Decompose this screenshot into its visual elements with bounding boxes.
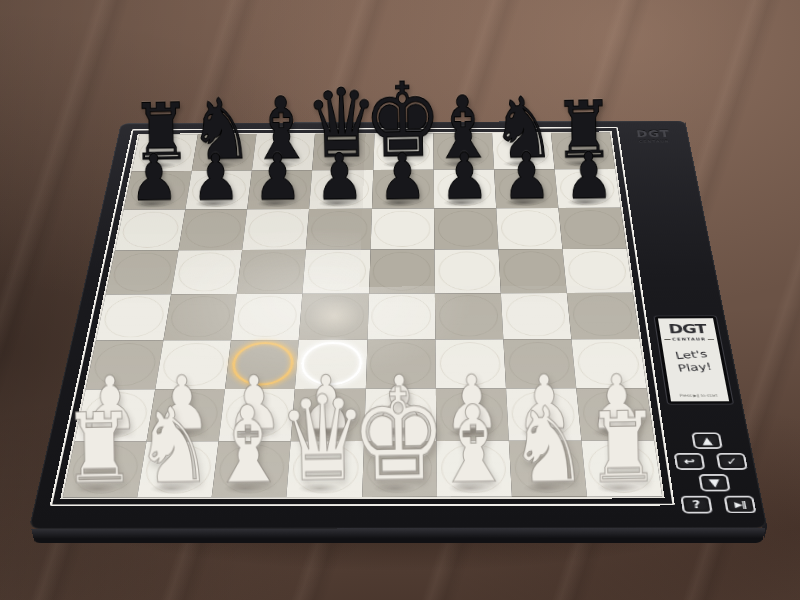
square-e6[interactable] bbox=[370, 209, 434, 250]
square-b1[interactable]: ♞ bbox=[137, 441, 219, 497]
square-c7[interactable]: ♟ bbox=[247, 170, 312, 209]
frame-logo: DGT CENTAUR bbox=[636, 130, 672, 143]
display-model: CENTAUR bbox=[672, 337, 707, 341]
square-g5[interactable] bbox=[498, 249, 566, 293]
square-e4[interactable] bbox=[367, 293, 435, 339]
square-f6[interactable] bbox=[434, 208, 498, 249]
white-bishop-f1[interactable]: ♝ bbox=[432, 393, 515, 496]
square-a6[interactable] bbox=[115, 210, 186, 251]
square-f5[interactable] bbox=[434, 249, 500, 293]
square-e5[interactable] bbox=[369, 250, 435, 294]
scene: ♜♞♝♛♚♝♞♜♟♟♟♟♟♟♟♟♟♟♟♟♟♟♟♟♜♞♝♛♚♝♞♜ DGT CEN… bbox=[0, 0, 800, 600]
square-d6[interactable] bbox=[306, 209, 371, 250]
white-knight-g1[interactable]: ♞ bbox=[508, 395, 589, 496]
square-g6[interactable] bbox=[496, 208, 562, 249]
square-f4[interactable] bbox=[435, 293, 504, 339]
square-g4[interactable] bbox=[501, 293, 572, 339]
frame-logo-model: CENTAUR bbox=[637, 139, 672, 142]
display-message-line2: Play! bbox=[676, 361, 713, 376]
square-a5[interactable] bbox=[106, 251, 179, 295]
keypad: ▲↩✓▼?▶‖ bbox=[670, 432, 756, 513]
display-model-row: CENTAUR bbox=[664, 337, 714, 341]
square-c6[interactable] bbox=[242, 209, 309, 250]
black-pawn-a7[interactable]: ♟ bbox=[129, 148, 179, 209]
playfield-border: ♜♞♝♛♚♝♞♜♟♟♟♟♟♟♟♟♟♟♟♟♟♟♟♟♜♞♝♛♚♝♞♜ bbox=[50, 127, 675, 506]
board-front-edge bbox=[31, 528, 765, 543]
key-up[interactable]: ▲ bbox=[691, 432, 723, 448]
black-pawn-g7[interactable]: ♟ bbox=[502, 146, 552, 208]
square-h7[interactable]: ♟ bbox=[554, 169, 620, 208]
square-b5[interactable] bbox=[171, 250, 242, 294]
square-h1[interactable]: ♜ bbox=[581, 440, 662, 496]
white-rook-a1[interactable]: ♜ bbox=[62, 403, 138, 497]
dgt-centaur-board: ♜♞♝♛♚♝♞♜♟♟♟♟♟♟♟♟♟♟♟♟♟♟♟♟♜♞♝♛♚♝♞♜ DGT CEN… bbox=[29, 121, 768, 529]
display-panel: DGT CENTAUR Let's Play! Press ▶‖ to star… bbox=[655, 316, 733, 404]
board-frame: ♜♞♝♛♚♝♞♜♟♟♟♟♟♟♟♟♟♟♟♟♟♟♟♟♜♞♝♛♚♝♞♜ DGT CEN… bbox=[29, 121, 768, 529]
frame-logo-brand: DGT bbox=[636, 130, 671, 138]
white-rook-h1[interactable]: ♜ bbox=[585, 401, 661, 495]
display-hint: Press ▶‖ to start bbox=[680, 394, 719, 398]
black-pawn-e7[interactable]: ♟ bbox=[377, 146, 427, 208]
key-down[interactable]: ▼ bbox=[698, 474, 730, 491]
square-d5[interactable] bbox=[303, 250, 370, 294]
playfield-inner-border: ♜♞♝♛♚♝♞♜♟♟♟♟♟♟♟♟♟♟♟♟♟♟♟♟♜♞♝♛♚♝♞♜ bbox=[60, 131, 664, 499]
display-message: Let's Play! bbox=[673, 348, 714, 375]
display-logo: DGT bbox=[668, 323, 708, 335]
square-b6[interactable] bbox=[179, 209, 248, 250]
square-b4[interactable] bbox=[164, 294, 237, 340]
square-e1[interactable]: ♚ bbox=[362, 441, 437, 497]
square-h4[interactable] bbox=[567, 292, 640, 338]
key-back[interactable]: ↩ bbox=[674, 453, 706, 470]
black-pawn-d7[interactable]: ♟ bbox=[315, 147, 365, 209]
square-h6[interactable] bbox=[558, 208, 626, 249]
key-play-pause[interactable]: ▶‖ bbox=[724, 496, 757, 514]
square-d7[interactable]: ♟ bbox=[309, 170, 372, 209]
rule-line bbox=[708, 339, 714, 340]
square-a4[interactable] bbox=[96, 294, 171, 340]
square-c5[interactable] bbox=[237, 250, 306, 294]
key-confirm[interactable]: ✓ bbox=[716, 453, 748, 470]
black-pawn-b7[interactable]: ♟ bbox=[191, 147, 241, 208]
key-help[interactable]: ? bbox=[680, 496, 713, 514]
square-f7[interactable]: ♟ bbox=[433, 170, 496, 209]
black-pawn-c7[interactable]: ♟ bbox=[253, 147, 303, 208]
square-h5[interactable] bbox=[562, 249, 632, 293]
square-g1[interactable]: ♞ bbox=[509, 441, 587, 497]
fabric-surface: ♜♞♝♛♚♝♞♜♟♟♟♟♟♟♟♟♟♟♟♟♟♟♟♟♜♞♝♛♚♝♞♜ DGT CEN… bbox=[0, 0, 800, 600]
chess-grid: ♜♞♝♛♚♝♞♜♟♟♟♟♟♟♟♟♟♟♟♟♟♟♟♟♜♞♝♛♚♝♞♜ bbox=[63, 132, 662, 497]
square-b7[interactable]: ♟ bbox=[185, 171, 252, 210]
lens-flare bbox=[305, 297, 363, 336]
square-c4[interactable] bbox=[231, 294, 302, 340]
square-a7[interactable]: ♟ bbox=[124, 171, 192, 210]
square-d4[interactable] bbox=[299, 293, 368, 339]
rule-line bbox=[664, 339, 670, 340]
black-pawn-f7[interactable]: ♟ bbox=[439, 146, 489, 208]
square-e7[interactable]: ♟ bbox=[372, 170, 434, 209]
square-g7[interactable]: ♟ bbox=[494, 169, 558, 208]
white-knight-b1[interactable]: ♞ bbox=[134, 396, 215, 496]
square-f1[interactable]: ♝ bbox=[436, 441, 512, 497]
black-pawn-h7[interactable]: ♟ bbox=[564, 146, 614, 208]
